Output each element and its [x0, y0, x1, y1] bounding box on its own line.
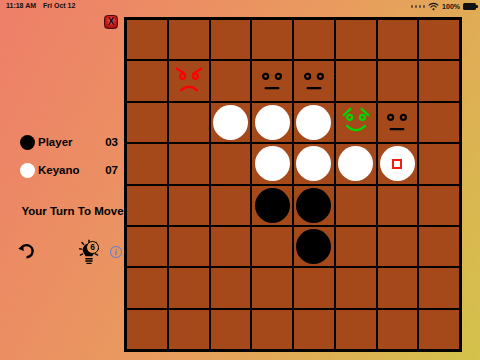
board-cell-g6[interactable] — [378, 227, 418, 266]
info-button[interactable]: i — [110, 246, 122, 258]
board-cell-f2[interactable] — [336, 61, 376, 100]
black-disc — [296, 188, 331, 223]
board-cell-d6[interactable] — [252, 227, 292, 266]
hint-good-face-icon — [339, 105, 373, 139]
board-cell-c7[interactable] — [211, 268, 251, 307]
board-cell-c3[interactable] — [211, 103, 251, 142]
board-cell-h6[interactable] — [419, 227, 459, 266]
board-cell-d2[interactable] — [252, 61, 292, 100]
hint-neutral-face-icon — [255, 64, 289, 98]
black-disc — [255, 188, 290, 223]
cellular-signal-icon — [411, 5, 425, 7]
board-cell-h1[interactable] — [419, 20, 459, 59]
board — [124, 17, 462, 352]
board-cell-d5[interactable] — [252, 186, 292, 225]
score-panel: Player 03 Keyano 07 — [20, 134, 118, 190]
turn-indicator: Your Turn To Move — [20, 205, 125, 217]
board-cell-g3[interactable] — [378, 103, 418, 142]
board-cell-a1[interactable] — [127, 20, 167, 59]
board-cell-f7[interactable] — [336, 268, 376, 307]
board-cell-d8[interactable] — [252, 310, 292, 349]
board-cell-f8[interactable] — [336, 310, 376, 349]
board-cell-e8[interactable] — [294, 310, 334, 349]
board-cell-a7[interactable] — [127, 268, 167, 307]
black-disc-icon — [20, 135, 35, 150]
board-cell-h8[interactable] — [419, 310, 459, 349]
board-cell-e3[interactable] — [294, 103, 334, 142]
hint-neutral-face-icon — [297, 64, 331, 98]
board-cell-b4[interactable] — [169, 144, 209, 183]
board-cell-b1[interactable] — [169, 20, 209, 59]
board-cell-b8[interactable] — [169, 310, 209, 349]
board-cell-d4[interactable] — [252, 144, 292, 183]
board-cell-h7[interactable] — [419, 268, 459, 307]
board-cell-f4[interactable] — [336, 144, 376, 183]
board-cell-f6[interactable] — [336, 227, 376, 266]
board-cell-g1[interactable] — [378, 20, 418, 59]
white-disc — [296, 105, 331, 140]
board-cell-g4[interactable] — [378, 144, 418, 183]
white-disc — [213, 105, 248, 140]
board-cell-e1[interactable] — [294, 20, 334, 59]
undo-button[interactable] — [17, 241, 36, 260]
board-cell-e5[interactable] — [294, 186, 334, 225]
board-cell-e4[interactable] — [294, 144, 334, 183]
battery-icon — [463, 3, 476, 10]
white-disc — [255, 105, 290, 140]
battery-percent: 100% — [442, 3, 460, 10]
board-cell-g2[interactable] — [378, 61, 418, 100]
undo-arrowhead-icon — [18, 245, 24, 251]
board-cell-d1[interactable] — [252, 20, 292, 59]
board-cell-d7[interactable] — [252, 268, 292, 307]
player-score: 07 — [105, 164, 118, 176]
board-cell-b7[interactable] — [169, 268, 209, 307]
black-disc — [296, 229, 331, 264]
board-cell-h2[interactable] — [419, 61, 459, 100]
board-cell-a2[interactable] — [127, 61, 167, 100]
board-cell-c6[interactable] — [211, 227, 251, 266]
board-cell-b3[interactable] — [169, 103, 209, 142]
board-cell-e7[interactable] — [294, 268, 334, 307]
player-row-black: Player 03 — [20, 134, 118, 150]
board-cell-c1[interactable] — [211, 20, 251, 59]
board-cell-g8[interactable] — [378, 310, 418, 349]
board-cell-b5[interactable] — [169, 186, 209, 225]
board-cell-g7[interactable] — [378, 268, 418, 307]
board-cell-e6[interactable] — [294, 227, 334, 266]
board-cell-c2[interactable] — [211, 61, 251, 100]
board-cell-f1[interactable] — [336, 20, 376, 59]
close-button[interactable]: X — [104, 15, 118, 29]
board-cell-d3[interactable] — [252, 103, 292, 142]
player-name: Player — [38, 136, 73, 148]
white-disc — [380, 146, 415, 181]
board-cell-c4[interactable] — [211, 144, 251, 183]
clock: 11:18 AM — [6, 2, 36, 9]
board-cell-g5[interactable] — [378, 186, 418, 225]
board-cell-a8[interactable] — [127, 310, 167, 349]
hint-bad-face-icon — [172, 64, 206, 98]
board-cell-b6[interactable] — [169, 227, 209, 266]
player-score: 03 — [105, 136, 118, 148]
board-cell-h5[interactable] — [419, 186, 459, 225]
board-cell-a5[interactable] — [127, 186, 167, 225]
board-cell-h3[interactable] — [419, 103, 459, 142]
hint-neutral-face-icon — [380, 105, 414, 139]
board-cell-c8[interactable] — [211, 310, 251, 349]
lightbulb-base-icon — [86, 259, 92, 264]
white-disc — [296, 146, 331, 181]
last-move-marker — [392, 159, 402, 169]
wifi-icon — [428, 2, 439, 11]
status-bar-right: 100% — [411, 2, 476, 11]
white-disc-icon — [20, 163, 35, 178]
board-cell-f3[interactable] — [336, 103, 376, 142]
board-cell-b2[interactable] — [169, 61, 209, 100]
board-cell-c5[interactable] — [211, 186, 251, 225]
board-cell-e2[interactable] — [294, 61, 334, 100]
white-disc — [255, 146, 290, 181]
status-bar-left: 11:18 AM Fri Oct 12 — [6, 2, 75, 9]
white-disc — [338, 146, 373, 181]
board-cell-a6[interactable] — [127, 227, 167, 266]
board-cell-a4[interactable] — [127, 144, 167, 183]
wifi-dot — [433, 8, 435, 10]
board-cell-a3[interactable] — [127, 103, 167, 142]
date: Fri Oct 12 — [43, 2, 75, 9]
player-name: Keyano — [38, 164, 80, 176]
board-cell-f5[interactable] — [336, 186, 376, 225]
info-icon: i — [115, 248, 117, 257]
board-cell-h4[interactable] — [419, 144, 459, 183]
hint-level-badge[interactable]: 6 — [86, 241, 99, 254]
player-row-white: Keyano 07 — [20, 162, 118, 178]
